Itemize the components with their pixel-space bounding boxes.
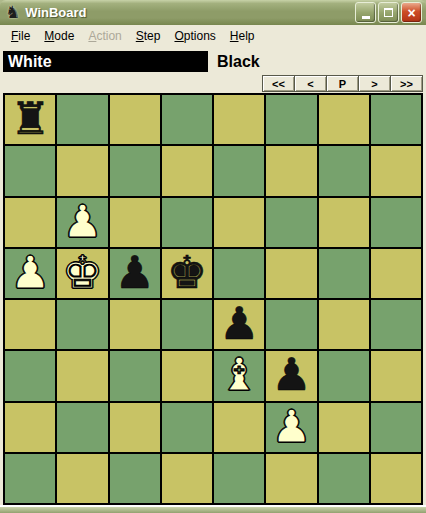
menu-options[interactable]: Options xyxy=(167,27,222,45)
white-pawn[interactable]: ♟ xyxy=(10,250,50,295)
square-a1[interactable] xyxy=(5,454,55,503)
square-b1[interactable] xyxy=(57,454,107,503)
menu-mode[interactable]: Mode xyxy=(37,27,81,45)
square-g6[interactable] xyxy=(319,198,369,247)
square-d2[interactable] xyxy=(162,403,212,452)
menu-file[interactable]: File xyxy=(4,27,37,45)
square-g8[interactable] xyxy=(319,95,369,144)
square-e4[interactable]: ♟ xyxy=(214,300,264,349)
square-f1[interactable] xyxy=(266,454,316,503)
white-bishop[interactable]: ♝ xyxy=(219,352,259,397)
knight-app-icon: ♞ xyxy=(5,4,20,21)
forward-button[interactable]: > xyxy=(358,75,391,92)
window-title: WinBoard xyxy=(25,5,353,20)
square-a6[interactable] xyxy=(5,198,55,247)
square-f8[interactable] xyxy=(266,95,316,144)
square-b5[interactable]: ♚ xyxy=(57,249,107,298)
square-h5[interactable] xyxy=(371,249,421,298)
square-c5[interactable]: ♟ xyxy=(110,249,160,298)
window-bottom-border xyxy=(0,505,426,513)
square-f4[interactable] xyxy=(266,300,316,349)
square-d6[interactable] xyxy=(162,198,212,247)
square-b6[interactable]: ♟ xyxy=(57,198,107,247)
square-h8[interactable] xyxy=(371,95,421,144)
square-e6[interactable] xyxy=(214,198,264,247)
black-king[interactable]: ♚ xyxy=(167,250,207,295)
square-g2[interactable] xyxy=(319,403,369,452)
square-b2[interactable] xyxy=(57,403,107,452)
winboard-window: ♞ WinBoard × FileModeActionStepOptionsHe… xyxy=(0,0,426,513)
square-f7[interactable] xyxy=(266,146,316,195)
square-e1[interactable] xyxy=(214,454,264,503)
square-h3[interactable] xyxy=(371,351,421,400)
square-a4[interactable] xyxy=(5,300,55,349)
square-g4[interactable] xyxy=(319,300,369,349)
square-g3[interactable] xyxy=(319,351,369,400)
square-e2[interactable] xyxy=(214,403,264,452)
square-h7[interactable] xyxy=(371,146,421,195)
square-c8[interactable] xyxy=(110,95,160,144)
game-navigation-buttons: <<<P>>> xyxy=(3,75,423,92)
black-pawn[interactable]: ♟ xyxy=(114,250,154,295)
minimize-icon xyxy=(362,16,370,19)
maximize-button[interactable] xyxy=(378,2,399,23)
pause-button[interactable]: P xyxy=(326,75,359,92)
square-d7[interactable] xyxy=(162,146,212,195)
black-pawn[interactable]: ♟ xyxy=(219,301,259,346)
square-a7[interactable] xyxy=(5,146,55,195)
square-c4[interactable] xyxy=(110,300,160,349)
square-b4[interactable] xyxy=(57,300,107,349)
square-g7[interactable] xyxy=(319,146,369,195)
white-king[interactable]: ♚ xyxy=(62,250,102,295)
square-a5[interactable]: ♟ xyxy=(5,249,55,298)
square-c3[interactable] xyxy=(110,351,160,400)
square-h6[interactable] xyxy=(371,198,421,247)
square-b7[interactable] xyxy=(57,146,107,195)
back-button[interactable]: < xyxy=(294,75,327,92)
black-pawn[interactable]: ♟ xyxy=(271,352,311,397)
menu-step[interactable]: Step xyxy=(129,27,168,45)
white-pawn[interactable]: ♟ xyxy=(62,199,102,244)
square-e3[interactable]: ♝ xyxy=(214,351,264,400)
black-player-label: Black xyxy=(208,51,260,72)
square-g1[interactable] xyxy=(319,454,369,503)
square-e8[interactable] xyxy=(214,95,264,144)
square-c7[interactable] xyxy=(110,146,160,195)
square-f6[interactable] xyxy=(266,198,316,247)
square-h1[interactable] xyxy=(371,454,421,503)
square-e5[interactable] xyxy=(214,249,264,298)
square-f5[interactable] xyxy=(266,249,316,298)
square-h2[interactable] xyxy=(371,403,421,452)
square-f3[interactable]: ♟ xyxy=(266,351,316,400)
white-pawn[interactable]: ♟ xyxy=(271,404,311,449)
player-name-bar: White Black xyxy=(3,51,423,72)
square-a8[interactable]: ♜ xyxy=(5,95,55,144)
window-content: White Black <<<P>>> ♜♟♟♚♟♚♟♝♟♟ xyxy=(0,46,426,505)
square-a2[interactable] xyxy=(5,403,55,452)
menu-bar: FileModeActionStepOptionsHelp xyxy=(0,25,426,46)
square-b3[interactable] xyxy=(57,351,107,400)
square-f2[interactable]: ♟ xyxy=(266,403,316,452)
square-h4[interactable] xyxy=(371,300,421,349)
close-button[interactable]: × xyxy=(401,2,422,23)
square-c1[interactable] xyxy=(110,454,160,503)
square-b8[interactable] xyxy=(57,95,107,144)
maximize-icon xyxy=(384,8,393,17)
square-d8[interactable] xyxy=(162,95,212,144)
rewind-to-start-button[interactable]: << xyxy=(262,75,295,92)
white-player-label: White xyxy=(3,51,208,72)
square-d1[interactable] xyxy=(162,454,212,503)
forward-to-end-button[interactable]: >> xyxy=(390,75,423,92)
close-icon: × xyxy=(407,6,415,20)
chess-board: ♜♟♟♚♟♚♟♝♟♟ xyxy=(3,93,423,505)
menu-action[interactable]: Action xyxy=(81,27,128,45)
square-e7[interactable] xyxy=(214,146,264,195)
title-bar[interactable]: ♞ WinBoard × xyxy=(0,0,426,25)
black-rook[interactable]: ♜ xyxy=(10,96,50,141)
square-d5[interactable]: ♚ xyxy=(162,249,212,298)
menu-help[interactable]: Help xyxy=(223,27,262,45)
square-d4[interactable] xyxy=(162,300,212,349)
square-c2[interactable] xyxy=(110,403,160,452)
square-g5[interactable] xyxy=(319,249,369,298)
square-a3[interactable] xyxy=(5,351,55,400)
minimize-button[interactable] xyxy=(355,2,376,23)
square-c6[interactable] xyxy=(110,198,160,247)
square-d3[interactable] xyxy=(162,351,212,400)
